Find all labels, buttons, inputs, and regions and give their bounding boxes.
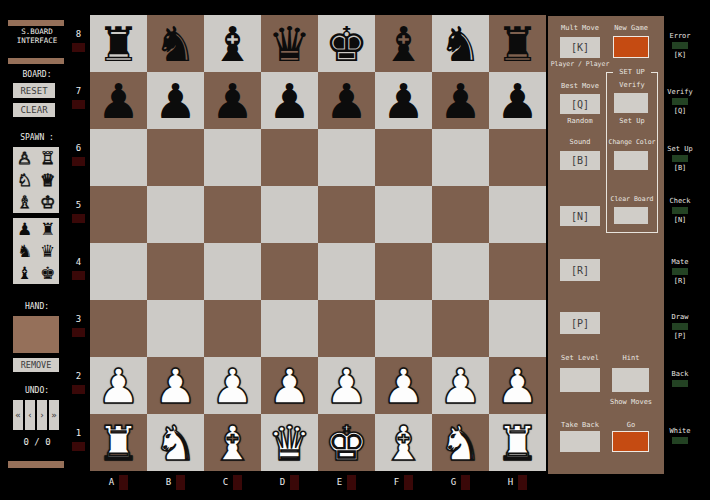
undo-back-button[interactable]: ‹ bbox=[25, 400, 35, 430]
white-knight: ♞ bbox=[439, 419, 482, 467]
square-b3[interactable] bbox=[147, 300, 204, 357]
file-label-e: E bbox=[337, 477, 342, 487]
led-light-set-up bbox=[672, 155, 688, 162]
new-game-label: New Game bbox=[596, 24, 666, 32]
square-d5[interactable] bbox=[261, 186, 318, 243]
square-c4[interactable] bbox=[204, 243, 261, 300]
undo-forward-button[interactable]: › bbox=[37, 400, 47, 430]
square-b2[interactable]: ♟ bbox=[147, 357, 204, 414]
white-pawn: ♟ bbox=[325, 362, 368, 410]
rank-group-3: 3 bbox=[70, 300, 87, 337]
square-d6[interactable] bbox=[261, 129, 318, 186]
square-a8[interactable]: ♜ bbox=[90, 15, 147, 72]
square-f5[interactable] bbox=[375, 186, 432, 243]
set-level-button[interactable] bbox=[560, 368, 600, 392]
rank-led-2 bbox=[72, 385, 85, 394]
setup-group-title: SET UP bbox=[613, 68, 651, 76]
square-c3[interactable] bbox=[204, 300, 261, 357]
file-label-d: D bbox=[280, 477, 285, 487]
square-g3[interactable] bbox=[432, 300, 489, 357]
clear-button[interactable]: CLEAR bbox=[13, 103, 55, 117]
square-e3[interactable] bbox=[318, 300, 375, 357]
spawn-white-bishop[interactable]: ♗ bbox=[13, 191, 36, 213]
led-light-verify bbox=[672, 98, 688, 105]
black-pawn: ♟ bbox=[382, 77, 425, 125]
rank-group-8: 8 bbox=[70, 15, 87, 52]
white-pawn: ♟ bbox=[154, 362, 197, 410]
rank-label-7: 7 bbox=[70, 72, 87, 96]
white-pawn: ♟ bbox=[496, 362, 539, 410]
square-d4[interactable] bbox=[261, 243, 318, 300]
rank-group-6: 6 bbox=[70, 129, 87, 166]
square-h2[interactable]: ♟ bbox=[489, 357, 546, 414]
led-group-check: Check[N] bbox=[656, 197, 704, 224]
file-group-a: A bbox=[90, 473, 147, 491]
led-light-check bbox=[672, 207, 688, 214]
file-label-c: C bbox=[223, 477, 228, 487]
square-c8[interactable]: ♝ bbox=[204, 15, 261, 72]
square-a4[interactable] bbox=[90, 243, 147, 300]
square-b6[interactable] bbox=[147, 129, 204, 186]
white-queen: ♛ bbox=[268, 419, 311, 467]
square-g8[interactable]: ♞ bbox=[432, 15, 489, 72]
black-pawn: ♟ bbox=[154, 77, 197, 125]
square-g5[interactable] bbox=[432, 186, 489, 243]
led-label-mate: Mate bbox=[656, 258, 704, 266]
square-b7[interactable]: ♟ bbox=[147, 72, 204, 129]
file-group-b: B bbox=[147, 473, 204, 491]
board-section-label: BOARD: bbox=[2, 70, 72, 79]
square-a6[interactable] bbox=[90, 129, 147, 186]
white-pawn: ♟ bbox=[382, 362, 425, 410]
square-e2[interactable]: ♟ bbox=[318, 357, 375, 414]
rank-label-4: 4 bbox=[70, 243, 87, 267]
hint-label: Hint bbox=[596, 354, 666, 362]
spawn-black-pawn[interactable]: ♟ bbox=[13, 218, 36, 240]
square-c6[interactable] bbox=[204, 129, 261, 186]
square-b5[interactable] bbox=[147, 186, 204, 243]
square-a7[interactable]: ♟ bbox=[90, 72, 147, 129]
square-a3[interactable] bbox=[90, 300, 147, 357]
square-e4[interactable] bbox=[318, 243, 375, 300]
black-pawn: ♟ bbox=[211, 77, 254, 125]
chess-board: ♜♞♝♛♚♝♞♜♟♟♟♟♟♟♟♟♟♟♟♟♟♟♟♟♜♞♝♛♚♝♞♜ bbox=[90, 15, 546, 471]
square-f6[interactable] bbox=[375, 129, 432, 186]
led-label-verify: Verify bbox=[656, 88, 704, 96]
square-f2[interactable]: ♟ bbox=[375, 357, 432, 414]
rank-group-5: 5 bbox=[70, 186, 87, 223]
led-key-mate: [R] bbox=[656, 277, 704, 285]
rank-group-7: 7 bbox=[70, 72, 87, 109]
spawn-black-king[interactable]: ♚ bbox=[36, 262, 59, 284]
black-pawn: ♟ bbox=[97, 77, 140, 125]
file-group-g: G bbox=[432, 473, 489, 491]
led-light-draw bbox=[672, 323, 688, 330]
hand-section-label: HAND: bbox=[2, 302, 72, 311]
led-group-draw: Draw[P] bbox=[656, 313, 704, 340]
square-h8[interactable]: ♜ bbox=[489, 15, 546, 72]
app-title: S.BOARD INTERFACE bbox=[2, 27, 72, 45]
square-e1[interactable]: ♚ bbox=[318, 414, 375, 471]
file-group-d: D bbox=[261, 473, 318, 491]
square-d2[interactable]: ♟ bbox=[261, 357, 318, 414]
black-pawn: ♟ bbox=[496, 77, 539, 125]
square-c5[interactable] bbox=[204, 186, 261, 243]
led-light-white bbox=[672, 437, 688, 444]
led-key-error: [K] bbox=[656, 51, 704, 59]
square-h3[interactable] bbox=[489, 300, 546, 357]
white-pawn: ♟ bbox=[211, 362, 254, 410]
square-b1[interactable]: ♞ bbox=[147, 414, 204, 471]
file-led-c bbox=[233, 475, 242, 490]
file-led-a bbox=[119, 475, 128, 490]
file-label-b: B bbox=[166, 477, 171, 487]
led-key-draw: [P] bbox=[656, 332, 704, 340]
file-label-f: F bbox=[394, 477, 399, 487]
led-group-set-up: Set Up[B] bbox=[656, 145, 704, 172]
rank-led-7 bbox=[72, 100, 85, 109]
square-g7[interactable]: ♟ bbox=[432, 72, 489, 129]
square-e7[interactable]: ♟ bbox=[318, 72, 375, 129]
black-bishop: ♝ bbox=[211, 20, 254, 68]
led-label-set-up: Set Up bbox=[656, 145, 704, 153]
rank-group-2: 2 bbox=[70, 357, 87, 394]
rank-led-8 bbox=[72, 43, 85, 52]
square-c2[interactable]: ♟ bbox=[204, 357, 261, 414]
white-pawn: ♟ bbox=[97, 362, 140, 410]
black-king: ♚ bbox=[325, 20, 368, 68]
square-e6[interactable] bbox=[318, 129, 375, 186]
best-move-label: Best Move bbox=[546, 82, 614, 90]
led-label-error: Error bbox=[656, 32, 704, 40]
sidebar-divider-bar bbox=[8, 58, 64, 64]
square-h6[interactable] bbox=[489, 129, 546, 186]
square-f8[interactable]: ♝ bbox=[375, 15, 432, 72]
led-light-back bbox=[672, 380, 688, 387]
app-title-line1: S.BOARD bbox=[2, 27, 72, 36]
white-rook: ♜ bbox=[97, 419, 140, 467]
spawn-black-queen[interactable]: ♛ bbox=[36, 240, 59, 262]
spawn-palette-black: ♟♜♞♛♝♚ bbox=[13, 218, 59, 284]
led-light-error bbox=[672, 42, 688, 49]
square-f1[interactable]: ♝ bbox=[375, 414, 432, 471]
square-d7[interactable]: ♟ bbox=[261, 72, 318, 129]
square-h1[interactable]: ♜ bbox=[489, 414, 546, 471]
led-group-mate: Mate[R] bbox=[656, 258, 704, 285]
black-pawn: ♟ bbox=[268, 77, 311, 125]
file-led-e bbox=[347, 475, 356, 490]
clear-board-button[interactable] bbox=[614, 207, 648, 224]
file-group-f: F bbox=[375, 473, 432, 491]
file-group-e: E bbox=[318, 473, 375, 491]
led-group-error: Error[K] bbox=[656, 32, 704, 59]
square-a5[interactable] bbox=[90, 186, 147, 243]
rank-label-5: 5 bbox=[70, 186, 87, 210]
led-label-draw: Draw bbox=[656, 313, 704, 321]
file-led-h bbox=[518, 475, 527, 490]
hint-button[interactable] bbox=[612, 368, 649, 392]
key-n-button[interactable]: [N] bbox=[560, 206, 600, 226]
square-b4[interactable] bbox=[147, 243, 204, 300]
square-d1[interactable]: ♛ bbox=[261, 414, 318, 471]
sidebar-bottom-bar bbox=[8, 461, 64, 468]
white-bishop: ♝ bbox=[211, 419, 254, 467]
file-led-b bbox=[176, 475, 185, 490]
square-e5[interactable] bbox=[318, 186, 375, 243]
square-f3[interactable] bbox=[375, 300, 432, 357]
square-c1[interactable]: ♝ bbox=[204, 414, 261, 471]
file-led-g bbox=[461, 475, 470, 490]
rank-group-4: 4 bbox=[70, 243, 87, 280]
led-group-verify: Verify[Q] bbox=[656, 88, 704, 115]
change-color-button[interactable] bbox=[614, 151, 648, 170]
spawn-white-pawn[interactable]: ♙ bbox=[13, 147, 36, 169]
new-game-button[interactable] bbox=[613, 36, 649, 58]
file-label-h: H bbox=[508, 477, 513, 487]
spawn-palette-white: ♙♖♘♕♗♔ bbox=[13, 147, 59, 213]
square-d3[interactable] bbox=[261, 300, 318, 357]
spawn-white-king[interactable]: ♔ bbox=[36, 191, 59, 213]
led-group-back: Back bbox=[656, 370, 704, 389]
rank-led-6 bbox=[72, 157, 85, 166]
show-moves-label: Show Moves bbox=[596, 398, 666, 406]
led-group-white: White bbox=[656, 427, 704, 446]
black-pawn: ♟ bbox=[325, 77, 368, 125]
verify-button[interactable] bbox=[614, 93, 648, 113]
square-f4[interactable] bbox=[375, 243, 432, 300]
spawn-black-bishop[interactable]: ♝ bbox=[13, 262, 36, 284]
rank-led-5 bbox=[72, 214, 85, 223]
square-a2[interactable]: ♟ bbox=[90, 357, 147, 414]
undo-last-button[interactable]: » bbox=[49, 400, 59, 430]
undo-first-button[interactable]: « bbox=[13, 400, 23, 430]
rank-label-3: 3 bbox=[70, 300, 87, 324]
black-pawn: ♟ bbox=[439, 77, 482, 125]
led-key-verify: [Q] bbox=[656, 107, 704, 115]
undo-section-label: UNDO: bbox=[2, 386, 72, 395]
sidebar-top-bar bbox=[8, 20, 64, 26]
white-king: ♚ bbox=[325, 419, 368, 467]
white-rook: ♜ bbox=[496, 419, 539, 467]
clear-board-label: Clear Board bbox=[602, 195, 662, 203]
white-pawn: ♟ bbox=[439, 362, 482, 410]
square-h7[interactable]: ♟ bbox=[489, 72, 546, 129]
key-r-button[interactable]: [R] bbox=[560, 259, 600, 281]
file-led-d bbox=[290, 475, 299, 490]
led-key-check: [N] bbox=[656, 216, 704, 224]
white-bishop: ♝ bbox=[382, 419, 425, 467]
square-a1[interactable]: ♜ bbox=[90, 414, 147, 471]
square-b8[interactable]: ♞ bbox=[147, 15, 204, 72]
spawn-black-rook[interactable]: ♜ bbox=[36, 218, 59, 240]
square-f7[interactable]: ♟ bbox=[375, 72, 432, 129]
take-back-button[interactable] bbox=[560, 431, 600, 452]
square-g4[interactable] bbox=[432, 243, 489, 300]
undo-counter: 0 / 0 bbox=[2, 438, 72, 447]
set-up-label: Set Up bbox=[606, 117, 658, 125]
key-k-button[interactable]: [K] bbox=[560, 37, 600, 58]
rank-led-3 bbox=[72, 328, 85, 337]
white-pawn: ♟ bbox=[268, 362, 311, 410]
app-title-line2: INTERFACE bbox=[2, 36, 72, 45]
black-bishop: ♝ bbox=[382, 20, 425, 68]
square-e8[interactable]: ♚ bbox=[318, 15, 375, 72]
square-h4[interactable] bbox=[489, 243, 546, 300]
reset-button[interactable]: RESET bbox=[13, 83, 55, 98]
square-h5[interactable] bbox=[489, 186, 546, 243]
led-light-mate bbox=[672, 268, 688, 275]
led-label-check: Check bbox=[656, 197, 704, 205]
led-label-white: White bbox=[656, 427, 704, 435]
spawn-white-knight[interactable]: ♘ bbox=[13, 169, 36, 191]
square-g6[interactable] bbox=[432, 129, 489, 186]
rank-led-1 bbox=[72, 442, 85, 451]
rank-label-1: 1 bbox=[70, 414, 87, 438]
black-queen: ♛ bbox=[268, 20, 311, 68]
square-g1[interactable]: ♞ bbox=[432, 414, 489, 471]
key-b-button[interactable]: [B] bbox=[560, 151, 600, 170]
rank-label-2: 2 bbox=[70, 357, 87, 381]
file-label-a: A bbox=[109, 477, 114, 487]
verify-label: Verify bbox=[606, 81, 658, 89]
file-led-f bbox=[404, 475, 413, 490]
random-label: Random bbox=[546, 117, 614, 125]
remove-button[interactable]: REMOVE bbox=[13, 358, 59, 372]
black-knight: ♞ bbox=[439, 20, 482, 68]
spawn-black-knight[interactable]: ♞ bbox=[13, 240, 36, 262]
file-group-h: H bbox=[489, 473, 546, 491]
key-q-button[interactable]: [Q] bbox=[560, 94, 600, 114]
rank-group-1: 1 bbox=[70, 414, 87, 451]
undo-controls: «‹›» bbox=[13, 400, 59, 430]
black-knight: ♞ bbox=[154, 20, 197, 68]
led-key-set-up: [B] bbox=[656, 164, 704, 172]
spawn-section-label: SPAWN : bbox=[2, 133, 72, 142]
white-knight: ♞ bbox=[154, 419, 197, 467]
square-g2[interactable]: ♟ bbox=[432, 357, 489, 414]
square-d8[interactable]: ♛ bbox=[261, 15, 318, 72]
led-label-back: Back bbox=[656, 370, 704, 378]
file-group-c: C bbox=[204, 473, 261, 491]
black-rook: ♜ bbox=[496, 20, 539, 68]
rank-label-6: 6 bbox=[70, 129, 87, 153]
rank-label-8: 8 bbox=[70, 15, 87, 39]
spawn-white-queen[interactable]: ♕ bbox=[36, 169, 59, 191]
spawn-white-rook[interactable]: ♖ bbox=[36, 147, 59, 169]
hand-slot[interactable] bbox=[13, 316, 59, 353]
player-player-label: Player / Player bbox=[542, 60, 618, 68]
square-c7[interactable]: ♟ bbox=[204, 72, 261, 129]
key-p-button[interactable]: [P] bbox=[560, 312, 600, 334]
black-rook: ♜ bbox=[97, 20, 140, 68]
rank-led-4 bbox=[72, 271, 85, 280]
go-button[interactable] bbox=[612, 431, 649, 452]
file-label-g: G bbox=[451, 477, 456, 487]
